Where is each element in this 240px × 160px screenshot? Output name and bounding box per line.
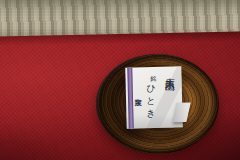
label-text-right-column: 大原魚山 — [164, 70, 174, 74]
purple-band — [127, 68, 133, 129]
photo-scene: 大原魚山 銘 ひとゝき 宝泉院 — [0, 0, 240, 160]
sweet-packet: 大原魚山 銘 ひとゝき 宝泉院 — [125, 66, 182, 128]
label-text-middle-column: ひとゝき — [146, 79, 155, 114]
